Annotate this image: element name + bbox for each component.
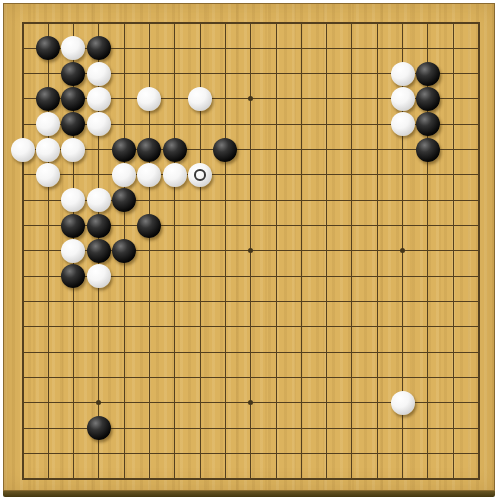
intersection[interactable] — [441, 61, 466, 86]
intersection[interactable] — [111, 86, 136, 111]
intersection[interactable] — [111, 264, 136, 289]
intersection[interactable] — [390, 466, 415, 491]
intersection[interactable] — [10, 10, 35, 35]
intersection[interactable] — [415, 188, 440, 213]
intersection[interactable] — [187, 86, 212, 111]
intersection[interactable] — [10, 213, 35, 238]
intersection[interactable] — [137, 416, 162, 441]
intersection[interactable] — [213, 10, 238, 35]
intersection[interactable] — [390, 314, 415, 339]
intersection[interactable] — [466, 314, 491, 339]
intersection[interactable] — [263, 416, 288, 441]
intersection[interactable] — [86, 238, 111, 263]
intersection[interactable] — [390, 10, 415, 35]
intersection[interactable] — [339, 162, 364, 187]
intersection[interactable] — [263, 340, 288, 365]
intersection[interactable] — [35, 10, 60, 35]
intersection[interactable] — [10, 340, 35, 365]
intersection[interactable] — [111, 289, 136, 314]
intersection[interactable] — [213, 416, 238, 441]
intersection[interactable] — [289, 264, 314, 289]
intersection[interactable] — [187, 340, 212, 365]
intersection[interactable] — [61, 365, 86, 390]
intersection[interactable] — [61, 188, 86, 213]
intersection[interactable] — [263, 390, 288, 415]
intersection[interactable] — [137, 213, 162, 238]
intersection[interactable] — [238, 441, 263, 466]
intersection[interactable] — [238, 10, 263, 35]
intersection[interactable] — [390, 162, 415, 187]
intersection[interactable] — [390, 36, 415, 61]
intersection[interactable] — [162, 264, 187, 289]
intersection[interactable] — [111, 112, 136, 137]
intersection[interactable] — [441, 10, 466, 35]
intersection[interactable] — [441, 238, 466, 263]
intersection[interactable] — [187, 314, 212, 339]
intersection[interactable] — [238, 390, 263, 415]
intersection[interactable] — [10, 112, 35, 137]
intersection[interactable] — [289, 441, 314, 466]
intersection[interactable] — [238, 137, 263, 162]
intersection[interactable] — [339, 289, 364, 314]
intersection[interactable] — [86, 162, 111, 187]
intersection[interactable] — [263, 61, 288, 86]
intersection[interactable] — [238, 188, 263, 213]
intersection[interactable] — [390, 213, 415, 238]
intersection[interactable] — [162, 137, 187, 162]
intersection[interactable] — [238, 112, 263, 137]
intersection[interactable] — [35, 213, 60, 238]
intersection[interactable] — [339, 86, 364, 111]
intersection[interactable] — [162, 466, 187, 491]
intersection[interactable] — [111, 441, 136, 466]
intersection[interactable] — [466, 36, 491, 61]
intersection[interactable] — [466, 416, 491, 441]
intersection[interactable] — [213, 137, 238, 162]
intersection[interactable] — [213, 36, 238, 61]
intersection[interactable] — [162, 441, 187, 466]
intersection[interactable] — [35, 441, 60, 466]
intersection[interactable] — [314, 289, 339, 314]
intersection[interactable] — [441, 466, 466, 491]
intersection[interactable] — [415, 61, 440, 86]
intersection[interactable] — [137, 61, 162, 86]
intersection[interactable] — [365, 441, 390, 466]
intersection[interactable] — [137, 36, 162, 61]
intersection[interactable] — [86, 289, 111, 314]
intersection[interactable] — [111, 61, 136, 86]
intersection[interactable] — [187, 188, 212, 213]
intersection[interactable] — [61, 238, 86, 263]
intersection[interactable] — [86, 340, 111, 365]
intersection[interactable] — [61, 10, 86, 35]
intersection[interactable] — [35, 416, 60, 441]
intersection[interactable] — [61, 137, 86, 162]
intersection[interactable] — [289, 238, 314, 263]
intersection[interactable] — [86, 112, 111, 137]
intersection[interactable] — [137, 86, 162, 111]
intersection[interactable] — [339, 112, 364, 137]
intersection[interactable] — [162, 238, 187, 263]
intersection[interactable] — [187, 264, 212, 289]
intersection[interactable] — [35, 365, 60, 390]
intersection[interactable] — [111, 238, 136, 263]
intersection[interactable] — [466, 238, 491, 263]
intersection[interactable] — [61, 61, 86, 86]
intersection[interactable] — [263, 213, 288, 238]
intersection[interactable] — [111, 188, 136, 213]
intersection[interactable] — [111, 365, 136, 390]
intersection[interactable] — [61, 314, 86, 339]
intersection[interactable] — [314, 365, 339, 390]
intersection[interactable] — [466, 340, 491, 365]
intersection[interactable] — [339, 61, 364, 86]
intersection[interactable] — [289, 416, 314, 441]
intersection[interactable] — [314, 112, 339, 137]
intersection[interactable] — [238, 238, 263, 263]
intersection[interactable] — [289, 86, 314, 111]
intersection[interactable] — [289, 390, 314, 415]
intersection[interactable] — [86, 441, 111, 466]
intersection[interactable] — [263, 365, 288, 390]
intersection[interactable] — [441, 416, 466, 441]
intersection[interactable] — [365, 365, 390, 390]
intersection[interactable] — [238, 264, 263, 289]
intersection[interactable] — [339, 213, 364, 238]
intersection[interactable] — [162, 213, 187, 238]
intersection[interactable] — [289, 36, 314, 61]
intersection[interactable] — [263, 36, 288, 61]
intersection[interactable] — [213, 86, 238, 111]
intersection[interactable] — [162, 390, 187, 415]
intersection[interactable] — [466, 365, 491, 390]
intersection[interactable] — [289, 112, 314, 137]
intersection[interactable] — [441, 390, 466, 415]
intersection[interactable] — [466, 390, 491, 415]
intersection[interactable] — [415, 137, 440, 162]
intersection[interactable] — [187, 238, 212, 263]
intersection[interactable] — [86, 390, 111, 415]
intersection[interactable] — [466, 10, 491, 35]
intersection[interactable] — [415, 289, 440, 314]
intersection[interactable] — [111, 416, 136, 441]
intersection[interactable] — [10, 441, 35, 466]
intersection[interactable] — [390, 390, 415, 415]
intersection[interactable] — [213, 365, 238, 390]
intersection[interactable] — [35, 188, 60, 213]
intersection[interactable] — [365, 289, 390, 314]
intersection[interactable] — [61, 390, 86, 415]
intersection[interactable] — [390, 441, 415, 466]
intersection[interactable] — [86, 466, 111, 491]
intersection[interactable] — [415, 466, 440, 491]
intersection[interactable] — [339, 264, 364, 289]
intersection[interactable] — [10, 264, 35, 289]
intersection[interactable] — [365, 112, 390, 137]
intersection[interactable] — [111, 137, 136, 162]
intersection[interactable] — [35, 466, 60, 491]
intersection[interactable] — [441, 314, 466, 339]
intersection[interactable] — [415, 86, 440, 111]
intersection[interactable] — [365, 61, 390, 86]
intersection[interactable] — [314, 416, 339, 441]
intersection[interactable] — [162, 10, 187, 35]
intersection[interactable] — [415, 112, 440, 137]
intersection[interactable] — [10, 289, 35, 314]
intersection[interactable] — [365, 162, 390, 187]
intersection[interactable] — [390, 188, 415, 213]
intersection[interactable] — [263, 289, 288, 314]
intersection[interactable] — [10, 86, 35, 111]
intersection[interactable] — [390, 86, 415, 111]
intersection[interactable] — [238, 213, 263, 238]
intersection[interactable] — [111, 10, 136, 35]
intersection[interactable] — [111, 213, 136, 238]
intersection[interactable] — [466, 137, 491, 162]
intersection[interactable] — [162, 36, 187, 61]
intersection[interactable] — [390, 264, 415, 289]
intersection[interactable] — [314, 390, 339, 415]
intersection[interactable] — [10, 162, 35, 187]
intersection[interactable] — [441, 340, 466, 365]
intersection[interactable] — [289, 365, 314, 390]
intersection[interactable] — [365, 213, 390, 238]
intersection[interactable] — [365, 86, 390, 111]
intersection[interactable] — [441, 188, 466, 213]
intersection[interactable] — [61, 36, 86, 61]
intersection[interactable] — [314, 466, 339, 491]
intersection[interactable] — [238, 466, 263, 491]
intersection[interactable] — [314, 314, 339, 339]
intersection[interactable] — [61, 289, 86, 314]
intersection[interactable] — [86, 10, 111, 35]
intersection[interactable] — [10, 416, 35, 441]
intersection[interactable] — [10, 466, 35, 491]
intersection[interactable] — [162, 289, 187, 314]
intersection[interactable] — [238, 416, 263, 441]
intersection[interactable] — [238, 365, 263, 390]
intersection[interactable] — [137, 112, 162, 137]
intersection[interactable] — [35, 112, 60, 137]
intersection[interactable] — [415, 390, 440, 415]
intersection[interactable] — [289, 213, 314, 238]
intersection[interactable] — [339, 441, 364, 466]
intersection[interactable] — [365, 340, 390, 365]
intersection[interactable] — [10, 188, 35, 213]
intersection[interactable] — [213, 162, 238, 187]
intersection[interactable] — [339, 10, 364, 35]
intersection[interactable] — [162, 86, 187, 111]
intersection[interactable] — [162, 314, 187, 339]
intersection[interactable] — [339, 314, 364, 339]
intersection[interactable] — [35, 390, 60, 415]
intersection[interactable] — [213, 188, 238, 213]
intersection[interactable] — [415, 365, 440, 390]
intersection[interactable] — [86, 61, 111, 86]
intersection[interactable] — [263, 137, 288, 162]
intersection[interactable] — [61, 213, 86, 238]
intersection[interactable] — [466, 86, 491, 111]
intersection[interactable] — [187, 10, 212, 35]
intersection[interactable] — [466, 466, 491, 491]
intersection[interactable] — [314, 137, 339, 162]
intersection[interactable] — [35, 137, 60, 162]
intersection[interactable] — [162, 162, 187, 187]
intersection[interactable] — [35, 340, 60, 365]
intersection[interactable] — [187, 137, 212, 162]
intersection[interactable] — [137, 390, 162, 415]
intersection[interactable] — [263, 10, 288, 35]
intersection[interactable] — [187, 36, 212, 61]
intersection[interactable] — [314, 238, 339, 263]
intersection[interactable] — [339, 390, 364, 415]
intersection[interactable] — [213, 213, 238, 238]
intersection[interactable] — [314, 10, 339, 35]
intersection[interactable] — [415, 264, 440, 289]
intersection[interactable] — [213, 314, 238, 339]
intersection[interactable] — [466, 162, 491, 187]
intersection[interactable] — [111, 340, 136, 365]
intersection[interactable] — [61, 340, 86, 365]
intersection[interactable] — [466, 61, 491, 86]
intersection[interactable] — [86, 36, 111, 61]
intersection[interactable] — [441, 112, 466, 137]
intersection[interactable] — [441, 213, 466, 238]
intersection[interactable] — [263, 188, 288, 213]
intersection[interactable] — [390, 416, 415, 441]
intersection[interactable] — [137, 466, 162, 491]
intersection[interactable] — [339, 365, 364, 390]
intersection[interactable] — [289, 10, 314, 35]
intersection[interactable] — [238, 61, 263, 86]
intersection[interactable] — [339, 36, 364, 61]
intersection[interactable] — [61, 112, 86, 137]
intersection[interactable] — [238, 36, 263, 61]
intersection[interactable] — [466, 441, 491, 466]
intersection[interactable] — [441, 441, 466, 466]
intersection[interactable] — [10, 365, 35, 390]
intersection[interactable] — [314, 188, 339, 213]
intersection[interactable] — [111, 390, 136, 415]
intersection[interactable] — [263, 466, 288, 491]
intersection[interactable] — [441, 86, 466, 111]
intersection[interactable] — [187, 162, 212, 187]
intersection[interactable] — [86, 314, 111, 339]
intersection[interactable] — [415, 213, 440, 238]
intersection[interactable] — [441, 264, 466, 289]
intersection[interactable] — [10, 61, 35, 86]
intersection[interactable] — [187, 213, 212, 238]
intersection[interactable] — [187, 466, 212, 491]
intersection[interactable] — [137, 314, 162, 339]
intersection[interactable] — [35, 86, 60, 111]
intersection[interactable] — [441, 162, 466, 187]
intersection[interactable] — [415, 238, 440, 263]
intersection[interactable] — [61, 162, 86, 187]
intersection[interactable] — [35, 289, 60, 314]
intersection[interactable] — [187, 61, 212, 86]
intersection[interactable] — [415, 314, 440, 339]
intersection[interactable] — [187, 416, 212, 441]
intersection[interactable] — [111, 162, 136, 187]
intersection[interactable] — [289, 466, 314, 491]
intersection[interactable] — [187, 441, 212, 466]
intersection[interactable] — [10, 390, 35, 415]
intersection[interactable] — [238, 86, 263, 111]
intersection[interactable] — [339, 188, 364, 213]
intersection[interactable] — [415, 162, 440, 187]
intersection[interactable] — [365, 390, 390, 415]
intersection[interactable] — [86, 416, 111, 441]
intersection[interactable] — [86, 264, 111, 289]
intersection[interactable] — [314, 61, 339, 86]
intersection[interactable] — [466, 213, 491, 238]
intersection[interactable] — [213, 289, 238, 314]
intersection[interactable] — [137, 264, 162, 289]
intersection[interactable] — [86, 188, 111, 213]
intersection[interactable] — [390, 61, 415, 86]
intersection[interactable] — [187, 390, 212, 415]
intersection[interactable] — [365, 188, 390, 213]
intersection[interactable] — [415, 10, 440, 35]
intersection[interactable] — [365, 36, 390, 61]
intersection[interactable] — [466, 264, 491, 289]
intersection[interactable] — [187, 365, 212, 390]
intersection[interactable] — [137, 188, 162, 213]
intersection[interactable] — [339, 416, 364, 441]
intersection[interactable] — [213, 340, 238, 365]
intersection[interactable] — [162, 188, 187, 213]
intersection[interactable] — [111, 36, 136, 61]
intersection[interactable] — [213, 238, 238, 263]
intersection[interactable] — [263, 441, 288, 466]
intersection[interactable] — [365, 466, 390, 491]
intersection[interactable] — [61, 416, 86, 441]
intersection[interactable] — [213, 441, 238, 466]
intersection[interactable] — [86, 213, 111, 238]
intersection[interactable] — [289, 61, 314, 86]
intersection[interactable] — [213, 61, 238, 86]
intersection[interactable] — [238, 289, 263, 314]
intersection[interactable] — [162, 365, 187, 390]
intersection[interactable] — [415, 441, 440, 466]
intersection[interactable] — [213, 466, 238, 491]
intersection[interactable] — [35, 314, 60, 339]
intersection[interactable] — [466, 188, 491, 213]
intersection[interactable] — [390, 365, 415, 390]
intersection[interactable] — [314, 36, 339, 61]
intersection[interactable] — [238, 162, 263, 187]
intersection[interactable] — [137, 365, 162, 390]
intersection[interactable] — [137, 10, 162, 35]
intersection[interactable] — [35, 61, 60, 86]
intersection[interactable] — [289, 188, 314, 213]
intersection[interactable] — [314, 162, 339, 187]
intersection[interactable] — [441, 36, 466, 61]
intersection[interactable] — [61, 441, 86, 466]
intersection[interactable] — [162, 416, 187, 441]
intersection[interactable] — [162, 61, 187, 86]
intersection[interactable] — [415, 340, 440, 365]
intersection[interactable] — [365, 238, 390, 263]
intersection[interactable] — [162, 340, 187, 365]
intersection[interactable] — [466, 112, 491, 137]
intersection[interactable] — [86, 365, 111, 390]
intersection[interactable] — [339, 340, 364, 365]
intersection[interactable] — [162, 112, 187, 137]
intersection[interactable] — [339, 238, 364, 263]
intersection[interactable] — [213, 112, 238, 137]
